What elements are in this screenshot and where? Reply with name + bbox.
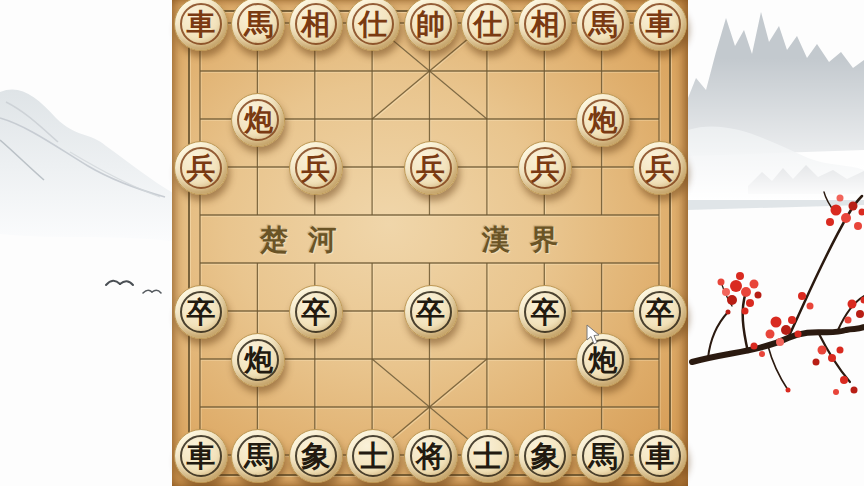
piece-glyph: 馬 [588,10,617,39]
piece-glyph: 卒 [301,298,330,327]
piece-glyph: 炮 [244,106,273,135]
piece-glyph: 相 [301,10,330,39]
plum-blossoms [718,195,864,396]
piece-black-f8r10[interactable]: 馬 [576,429,630,483]
piece-black-f3r10[interactable]: 象 [289,429,343,483]
piece-black-f6r10[interactable]: 士 [461,429,515,483]
piece-red-f5r1[interactable]: 帥 [404,0,458,51]
ink-mountains-left [0,0,178,486]
piece-red-f5r4[interactable]: 兵 [404,141,458,195]
bird-icon [106,281,133,285]
piece-glyph: 車 [646,442,675,471]
piece-glyph: 兵 [301,154,330,183]
mouse-cursor-icon [586,324,602,346]
piece-red-f2r3[interactable]: 炮 [231,93,285,147]
piece-glyph: 炮 [588,346,617,375]
piece-glyph: 仕 [359,10,388,39]
xiangqi-board[interactable]: 楚河 漢界 車馬相仕帥仕相馬車炮炮兵兵兵兵兵卒卒卒卒卒炮炮車馬象士将士象馬車 [172,0,688,486]
piece-glyph: 車 [646,10,675,39]
piece-red-f7r4[interactable]: 兵 [518,141,572,195]
piece-black-f2r8[interactable]: 炮 [231,333,285,387]
piece-red-f8r1[interactable]: 馬 [576,0,630,51]
piece-glyph: 馬 [244,10,273,39]
piece-glyph: 兵 [531,154,560,183]
piece-glyph: 仕 [473,10,502,39]
piece-glyph: 相 [531,10,560,39]
piece-red-f3r1[interactable]: 相 [289,0,343,51]
piece-black-f3r7[interactable]: 卒 [289,285,343,339]
piece-glyph: 兵 [187,154,216,183]
piece-glyph: 士 [473,442,502,471]
piece-red-f6r1[interactable]: 仕 [461,0,515,51]
plum-branch [692,192,864,390]
piece-black-f1r10[interactable]: 車 [174,429,228,483]
piece-black-f4r10[interactable]: 士 [346,429,400,483]
piece-red-f9r1[interactable]: 車 [633,0,687,51]
piece-red-f3r4[interactable]: 兵 [289,141,343,195]
piece-red-f2r1[interactable]: 馬 [231,0,285,51]
piece-black-f5r7[interactable]: 卒 [404,285,458,339]
piece-glyph: 卒 [531,298,560,327]
piece-black-f9r10[interactable]: 車 [633,429,687,483]
ink-mountains-right [688,12,864,210]
piece-red-f1r1[interactable]: 車 [174,0,228,51]
piece-glyph: 炮 [588,106,617,135]
piece-glyph: 車 [187,10,216,39]
piece-glyph: 士 [359,442,388,471]
piece-red-f9r4[interactable]: 兵 [633,141,687,195]
piece-glyph: 車 [187,442,216,471]
piece-black-f9r7[interactable]: 卒 [633,285,687,339]
bird-icon [143,290,161,293]
piece-red-f4r1[interactable]: 仕 [346,0,400,51]
piece-black-f2r10[interactable]: 馬 [231,429,285,483]
piece-glyph: 馬 [244,442,273,471]
piece-black-f8r8[interactable]: 炮 [576,333,630,387]
piece-glyph: 卒 [416,298,445,327]
piece-black-f5r10[interactable]: 将 [404,429,458,483]
piece-glyph: 帥 [416,10,445,39]
piece-black-f1r7[interactable]: 卒 [174,285,228,339]
piece-glyph: 兵 [646,154,675,183]
piece-glyph: 馬 [588,442,617,471]
piece-red-f8r3[interactable]: 炮 [576,93,630,147]
plum-blossom-scene-right [688,0,864,486]
piece-black-f7r7[interactable]: 卒 [518,285,572,339]
piece-glyph: 卒 [646,298,675,327]
piece-glyph: 卒 [187,298,216,327]
piece-glyph: 象 [301,442,330,471]
piece-black-f7r10[interactable]: 象 [518,429,572,483]
piece-glyph: 象 [531,442,560,471]
piece-glyph: 将 [416,442,445,471]
piece-glyph: 兵 [416,154,445,183]
piece-red-f1r4[interactable]: 兵 [174,141,228,195]
pieces-layer: 車馬相仕帥仕相馬車炮炮兵兵兵兵兵卒卒卒卒卒炮炮車馬象士将士象馬車 [172,0,688,486]
xiangqi-app-screen: 楚河 漢界 車馬相仕帥仕相馬車炮炮兵兵兵兵兵卒卒卒卒卒炮炮車馬象士将士象馬車 [0,0,864,486]
piece-red-f7r1[interactable]: 相 [518,0,572,51]
piece-glyph: 炮 [244,346,273,375]
